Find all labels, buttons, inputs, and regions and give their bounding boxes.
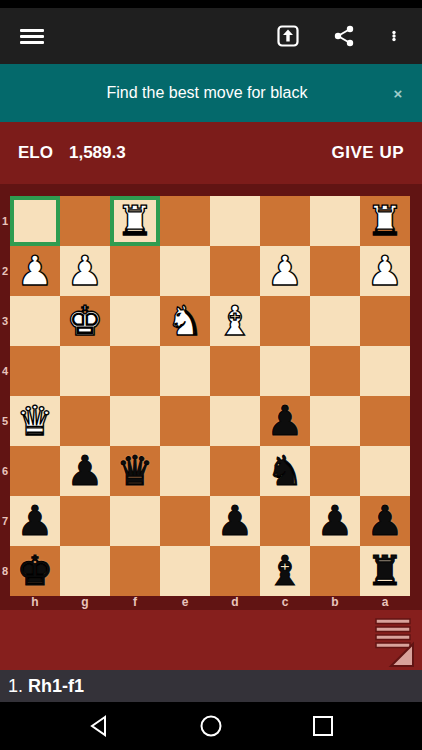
rank-label-7: 7 bbox=[0, 496, 10, 546]
rank-label-1: 1 bbox=[0, 196, 10, 246]
piece-wP: ♟ bbox=[17, 246, 54, 296]
square-d7[interactable]: ♟ bbox=[210, 496, 260, 546]
square-h1[interactable] bbox=[10, 196, 60, 246]
square-b8[interactable] bbox=[310, 546, 360, 596]
file-labels: hgfedcba bbox=[10, 596, 410, 610]
back-icon[interactable] bbox=[87, 714, 111, 738]
square-b5[interactable] bbox=[310, 396, 360, 446]
puzzle-instruction: Find the best move for black bbox=[0, 84, 374, 102]
square-a8[interactable]: ♜ bbox=[360, 546, 410, 596]
chess-board[interactable]: ♜♜♟♟♟♟♚♞♝♛♟♟♛♞♟♟♟♟♚♝♜ bbox=[10, 196, 410, 596]
move-number: 1. bbox=[8, 676, 23, 697]
square-e6[interactable] bbox=[160, 446, 210, 496]
square-d3[interactable]: ♝ bbox=[210, 296, 260, 346]
square-e5[interactable] bbox=[160, 396, 210, 446]
square-h7[interactable]: ♟ bbox=[10, 496, 60, 546]
square-d4[interactable] bbox=[210, 346, 260, 396]
square-e8[interactable] bbox=[160, 546, 210, 596]
square-g3[interactable]: ♚ bbox=[60, 296, 110, 346]
square-c6[interactable]: ♞ bbox=[260, 446, 310, 496]
square-f7[interactable] bbox=[110, 496, 160, 546]
square-f5[interactable] bbox=[110, 396, 160, 446]
give-up-button[interactable]: GIVE UP bbox=[332, 143, 404, 163]
elo-label: ELO bbox=[18, 143, 53, 163]
square-c2[interactable]: ♟ bbox=[260, 246, 310, 296]
file-label-b: b bbox=[310, 596, 360, 610]
square-g8[interactable] bbox=[60, 546, 110, 596]
piece-wR: ♜ bbox=[117, 196, 154, 246]
square-a3[interactable] bbox=[360, 296, 410, 346]
square-d2[interactable] bbox=[210, 246, 260, 296]
square-h3[interactable] bbox=[10, 296, 60, 346]
piece-wN: ♞ bbox=[167, 296, 204, 346]
square-e7[interactable] bbox=[160, 496, 210, 546]
piece-bK: ♚ bbox=[17, 546, 54, 596]
square-a1[interactable]: ♜ bbox=[360, 196, 410, 246]
recents-icon[interactable] bbox=[311, 714, 335, 738]
square-a6[interactable] bbox=[360, 446, 410, 496]
piece-bP: ♟ bbox=[17, 496, 54, 546]
elo-value: 1,589.3 bbox=[69, 143, 126, 163]
square-f2[interactable] bbox=[110, 246, 160, 296]
square-g1[interactable] bbox=[60, 196, 110, 246]
square-a2[interactable]: ♟ bbox=[360, 246, 410, 296]
publish-icon[interactable] bbox=[276, 24, 300, 48]
piece-bP: ♟ bbox=[217, 496, 254, 546]
square-e3[interactable]: ♞ bbox=[160, 296, 210, 346]
file-label-g: g bbox=[60, 596, 110, 610]
square-c8[interactable]: ♝ bbox=[260, 546, 310, 596]
square-c7[interactable] bbox=[260, 496, 310, 546]
piece-bQ: ♛ bbox=[117, 446, 154, 496]
square-e1[interactable] bbox=[160, 196, 210, 246]
square-h2[interactable]: ♟ bbox=[10, 246, 60, 296]
square-e4[interactable] bbox=[160, 346, 210, 396]
square-h8[interactable]: ♚ bbox=[10, 546, 60, 596]
square-b4[interactable] bbox=[310, 346, 360, 396]
square-c4[interactable] bbox=[260, 346, 310, 396]
piece-wP: ♟ bbox=[67, 246, 104, 296]
square-g6[interactable]: ♟ bbox=[60, 446, 110, 496]
square-g5[interactable] bbox=[60, 396, 110, 446]
stats-bar: ELO 1,589.3 GIVE UP bbox=[0, 122, 422, 184]
file-label-f: f bbox=[110, 596, 160, 610]
square-c3[interactable] bbox=[260, 296, 310, 346]
file-label-a: a bbox=[360, 596, 410, 610]
square-g4[interactable] bbox=[60, 346, 110, 396]
move-text: Rh1-f1 bbox=[28, 676, 84, 697]
square-h5[interactable]: ♛ bbox=[10, 396, 60, 446]
piece-bR: ♜ bbox=[367, 546, 404, 596]
file-label-d: d bbox=[210, 596, 260, 610]
app-bar bbox=[0, 8, 422, 64]
rank-label-5: 5 bbox=[0, 396, 10, 446]
piece-bP: ♟ bbox=[317, 496, 354, 546]
piece-wP: ♟ bbox=[267, 246, 304, 296]
menu-icon[interactable] bbox=[20, 26, 44, 47]
piece-wK: ♚ bbox=[67, 296, 104, 346]
square-a7[interactable]: ♟ bbox=[360, 496, 410, 546]
square-h6[interactable] bbox=[10, 446, 60, 496]
square-b6[interactable] bbox=[310, 446, 360, 496]
square-d8[interactable] bbox=[210, 546, 260, 596]
rank-label-3: 3 bbox=[0, 296, 10, 346]
piece-wQ: ♛ bbox=[17, 396, 54, 446]
square-g2[interactable]: ♟ bbox=[60, 246, 110, 296]
rank-label-8: 8 bbox=[0, 546, 10, 596]
rank-labels: 12345678 bbox=[0, 196, 10, 596]
square-h4[interactable] bbox=[10, 346, 60, 396]
file-label-e: e bbox=[160, 596, 210, 610]
android-nav-bar bbox=[0, 702, 422, 750]
piece-wR: ♜ bbox=[367, 196, 404, 246]
home-icon[interactable] bbox=[199, 714, 223, 738]
rank-label-6: 6 bbox=[0, 446, 10, 496]
square-f6[interactable]: ♛ bbox=[110, 446, 160, 496]
rank-label-2: 2 bbox=[0, 246, 10, 296]
rank-label-4: 4 bbox=[0, 346, 10, 396]
square-d5[interactable] bbox=[210, 396, 260, 446]
piece-bP: ♟ bbox=[367, 496, 404, 546]
square-d6[interactable] bbox=[210, 446, 260, 496]
movelist-toggle-icon[interactable] bbox=[362, 613, 416, 669]
square-b3[interactable] bbox=[310, 296, 360, 346]
square-e2[interactable] bbox=[160, 246, 210, 296]
piece-wB: ♝ bbox=[217, 296, 254, 346]
piece-bP: ♟ bbox=[67, 446, 104, 496]
lower-panel bbox=[0, 610, 422, 670]
square-f4[interactable] bbox=[110, 346, 160, 396]
square-b2[interactable] bbox=[310, 246, 360, 296]
overflow-icon[interactable] bbox=[388, 24, 400, 48]
move-bar: 1. Rh1-f1 bbox=[0, 670, 422, 702]
close-icon[interactable]: × bbox=[374, 85, 422, 102]
square-c1[interactable] bbox=[260, 196, 310, 246]
file-label-h: h bbox=[10, 596, 60, 610]
square-f8[interactable] bbox=[110, 546, 160, 596]
board-frame: 12345678 ♜♜♟♟♟♟♚♞♝♛♟♟♛♞♟♟♟♟♚♝♜ hgfedcba bbox=[0, 184, 422, 610]
square-b1[interactable] bbox=[310, 196, 360, 246]
square-f1[interactable]: ♜ bbox=[110, 196, 160, 246]
piece-bN: ♞ bbox=[267, 446, 304, 496]
square-a5[interactable] bbox=[360, 396, 410, 446]
square-f3[interactable] bbox=[110, 296, 160, 346]
square-g7[interactable] bbox=[60, 496, 110, 546]
piece-wP: ♟ bbox=[367, 246, 404, 296]
square-a4[interactable] bbox=[360, 346, 410, 396]
piece-bP: ♟ bbox=[267, 396, 304, 446]
piece-bB: ♝ bbox=[267, 546, 304, 596]
puzzle-banner: Find the best move for black × bbox=[0, 64, 422, 122]
square-b7[interactable]: ♟ bbox=[310, 496, 360, 546]
square-c5[interactable]: ♟ bbox=[260, 396, 310, 446]
file-label-c: c bbox=[260, 596, 310, 610]
status-bar bbox=[0, 0, 422, 8]
share-icon[interactable] bbox=[332, 24, 356, 48]
square-d1[interactable] bbox=[210, 196, 260, 246]
